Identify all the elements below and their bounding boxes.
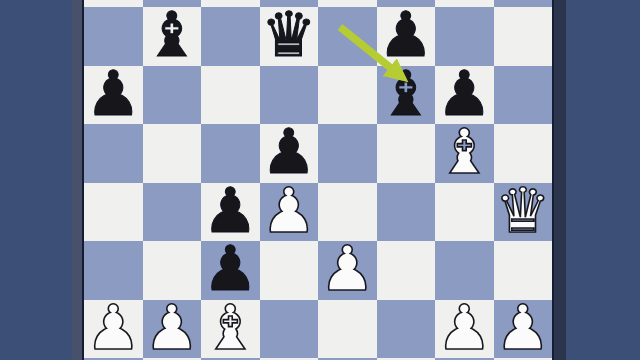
square-a6[interactable]: ♟ bbox=[84, 66, 143, 125]
chess-board: ♜♜♚♝♛♟♟♝♟♟♝♟♟♛♟♟♟♟♝♟♟ bbox=[84, 0, 552, 360]
piece-white-pawn-d4[interactable]: ♟ bbox=[260, 181, 319, 240]
piece-white-pawn-b2[interactable]: ♟ bbox=[143, 298, 202, 357]
square-h4[interactable]: ♛ bbox=[494, 183, 553, 242]
piece-black-bishop-b7[interactable]: ♝ bbox=[143, 5, 202, 64]
square-d7[interactable]: ♛ bbox=[260, 7, 319, 66]
square-a2[interactable]: ♟ bbox=[84, 300, 143, 359]
square-c2[interactable]: ♝ bbox=[201, 300, 260, 359]
piece-black-pawn-a6[interactable]: ♟ bbox=[84, 64, 143, 123]
square-e7[interactable] bbox=[318, 7, 377, 66]
piece-black-rook-a8[interactable]: ♜ bbox=[84, 0, 143, 5]
square-d3[interactable] bbox=[260, 241, 319, 300]
piece-white-pawn-h2[interactable]: ♟ bbox=[494, 298, 553, 357]
piece-white-pawn-e3[interactable]: ♟ bbox=[318, 239, 377, 298]
piece-black-king-g8[interactable]: ♚ bbox=[435, 0, 494, 5]
piece-black-pawn-g6[interactable]: ♟ bbox=[435, 64, 494, 123]
square-h7[interactable] bbox=[494, 7, 553, 66]
board-left-edge bbox=[72, 0, 82, 360]
piece-black-pawn-f7[interactable]: ♟ bbox=[377, 5, 436, 64]
square-f4[interactable] bbox=[377, 183, 436, 242]
square-f6[interactable]: ♝ bbox=[377, 66, 436, 125]
square-f3[interactable] bbox=[377, 241, 436, 300]
board-right-edge bbox=[554, 0, 566, 360]
piece-white-bishop-g5[interactable]: ♝ bbox=[435, 122, 494, 181]
square-e3[interactable]: ♟ bbox=[318, 241, 377, 300]
piece-black-pawn-c4[interactable]: ♟ bbox=[201, 181, 260, 240]
square-e5[interactable] bbox=[318, 124, 377, 183]
square-g2[interactable]: ♟ bbox=[435, 300, 494, 359]
square-h2[interactable]: ♟ bbox=[494, 300, 553, 359]
square-h6[interactable] bbox=[494, 66, 553, 125]
square-b4[interactable] bbox=[143, 183, 202, 242]
square-g4[interactable] bbox=[435, 183, 494, 242]
square-g5[interactable]: ♝ bbox=[435, 124, 494, 183]
piece-white-queen-h4[interactable]: ♛ bbox=[494, 181, 553, 240]
square-h8[interactable] bbox=[494, 0, 553, 7]
square-b6[interactable] bbox=[143, 66, 202, 125]
piece-white-pawn-a2[interactable]: ♟ bbox=[84, 298, 143, 357]
square-g8[interactable]: ♚ bbox=[435, 0, 494, 7]
square-d4[interactable]: ♟ bbox=[260, 183, 319, 242]
square-e8[interactable] bbox=[318, 0, 377, 7]
piece-white-pawn-g2[interactable]: ♟ bbox=[435, 298, 494, 357]
square-c7[interactable] bbox=[201, 7, 260, 66]
piece-black-queen-d7[interactable]: ♛ bbox=[260, 5, 319, 64]
square-d2[interactable] bbox=[260, 300, 319, 359]
square-e6[interactable] bbox=[318, 66, 377, 125]
piece-white-bishop-c2[interactable]: ♝ bbox=[201, 298, 260, 357]
piece-black-pawn-c3[interactable]: ♟ bbox=[201, 239, 260, 298]
square-b7[interactable]: ♝ bbox=[143, 7, 202, 66]
square-b5[interactable] bbox=[143, 124, 202, 183]
square-a4[interactable] bbox=[84, 183, 143, 242]
piece-black-bishop-f6[interactable]: ♝ bbox=[377, 64, 436, 123]
square-a8[interactable]: ♜ bbox=[84, 0, 143, 7]
square-c6[interactable] bbox=[201, 66, 260, 125]
square-a5[interactable] bbox=[84, 124, 143, 183]
board-viewport: ♜♜♚♝♛♟♟♝♟♟♝♟♟♛♟♟♟♟♝♟♟ bbox=[82, 0, 554, 360]
square-f2[interactable] bbox=[377, 300, 436, 359]
square-c8[interactable] bbox=[201, 0, 260, 7]
square-b2[interactable]: ♟ bbox=[143, 300, 202, 359]
square-e2[interactable] bbox=[318, 300, 377, 359]
square-f5[interactable] bbox=[377, 124, 436, 183]
piece-black-pawn-d5[interactable]: ♟ bbox=[260, 122, 319, 181]
